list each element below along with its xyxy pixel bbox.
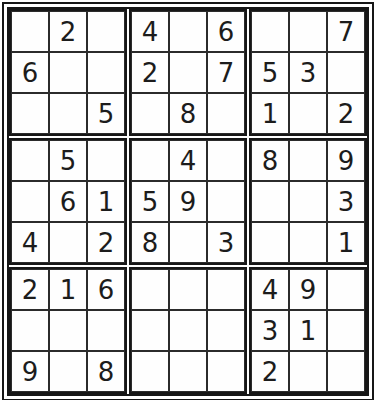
cell-r4c8[interactable] bbox=[289, 140, 327, 181]
cell-r9c9[interactable] bbox=[327, 351, 365, 392]
cell-r6c5[interactable] bbox=[169, 222, 207, 263]
cell-r3c9[interactable]: 2 bbox=[327, 93, 365, 134]
cell-r5c4[interactable]: 5 bbox=[131, 181, 169, 222]
cell-r7c8[interactable]: 9 bbox=[289, 269, 327, 310]
cell-r4c2[interactable]: 5 bbox=[49, 140, 87, 181]
cell-r1c3[interactable] bbox=[87, 11, 125, 52]
cell-r9c6[interactable] bbox=[207, 351, 245, 392]
cell-r5c5[interactable]: 9 bbox=[169, 181, 207, 222]
cell-r7c7[interactable]: 4 bbox=[251, 269, 289, 310]
box-1-3: 75312 bbox=[249, 9, 367, 136]
cell-r8c7[interactable]: 3 bbox=[251, 310, 289, 351]
cell-r9c1[interactable]: 9 bbox=[11, 351, 49, 392]
cell-r3c8[interactable] bbox=[289, 93, 327, 134]
cell-r8c6[interactable] bbox=[207, 310, 245, 351]
cell-r1c1[interactable] bbox=[11, 11, 49, 52]
cell-r6c8[interactable] bbox=[289, 222, 327, 263]
cell-r2c7[interactable]: 5 bbox=[251, 52, 289, 93]
cell-r7c5[interactable] bbox=[169, 269, 207, 310]
cell-r6c9[interactable]: 1 bbox=[327, 222, 365, 263]
box-1-1: 265 bbox=[9, 9, 127, 136]
cell-r9c7[interactable]: 2 bbox=[251, 351, 289, 392]
cell-r7c6[interactable] bbox=[207, 269, 245, 310]
cell-r8c3[interactable] bbox=[87, 310, 125, 351]
cell-r5c3[interactable]: 1 bbox=[87, 181, 125, 222]
cell-r5c8[interactable] bbox=[289, 181, 327, 222]
cell-r4c3[interactable] bbox=[87, 140, 125, 181]
box-3-3: 49312 bbox=[249, 267, 367, 394]
cell-r5c7[interactable] bbox=[251, 181, 289, 222]
cell-r1c2[interactable]: 2 bbox=[49, 11, 87, 52]
sudoku-board: 2654627875312561424598389312169849312 bbox=[7, 7, 369, 396]
cell-r2c1[interactable]: 6 bbox=[11, 52, 49, 93]
cell-r3c1[interactable] bbox=[11, 93, 49, 134]
cell-r5c1[interactable] bbox=[11, 181, 49, 222]
cell-r4c9[interactable]: 9 bbox=[327, 140, 365, 181]
cell-r1c6[interactable]: 6 bbox=[207, 11, 245, 52]
cell-r9c4[interactable] bbox=[131, 351, 169, 392]
cell-r8c1[interactable] bbox=[11, 310, 49, 351]
cell-r3c3[interactable]: 5 bbox=[87, 93, 125, 134]
cell-r7c3[interactable]: 6 bbox=[87, 269, 125, 310]
cell-r8c8[interactable]: 1 bbox=[289, 310, 327, 351]
cell-r2c4[interactable]: 2 bbox=[131, 52, 169, 93]
box-2-2: 45983 bbox=[129, 138, 247, 265]
cell-r3c2[interactable] bbox=[49, 93, 87, 134]
box-3-2 bbox=[129, 267, 247, 394]
page: 2654627875312561424598389312169849312 bbox=[0, 0, 377, 400]
cell-r6c6[interactable]: 3 bbox=[207, 222, 245, 263]
cell-r8c9[interactable] bbox=[327, 310, 365, 351]
cell-r8c5[interactable] bbox=[169, 310, 207, 351]
cell-r9c3[interactable]: 8 bbox=[87, 351, 125, 392]
cell-r1c7[interactable] bbox=[251, 11, 289, 52]
cell-r1c9[interactable]: 7 bbox=[327, 11, 365, 52]
cell-r2c6[interactable]: 7 bbox=[207, 52, 245, 93]
cell-r1c5[interactable] bbox=[169, 11, 207, 52]
cell-r6c3[interactable]: 2 bbox=[87, 222, 125, 263]
cell-r7c2[interactable]: 1 bbox=[49, 269, 87, 310]
cell-r6c2[interactable] bbox=[49, 222, 87, 263]
cell-r6c7[interactable] bbox=[251, 222, 289, 263]
cell-r4c6[interactable] bbox=[207, 140, 245, 181]
cell-r1c8[interactable] bbox=[289, 11, 327, 52]
cell-r2c2[interactable] bbox=[49, 52, 87, 93]
box-2-1: 56142 bbox=[9, 138, 127, 265]
box-1-2: 46278 bbox=[129, 9, 247, 136]
cell-r2c5[interactable] bbox=[169, 52, 207, 93]
cell-r5c2[interactable]: 6 bbox=[49, 181, 87, 222]
cell-r4c7[interactable]: 8 bbox=[251, 140, 289, 181]
cell-r5c9[interactable]: 3 bbox=[327, 181, 365, 222]
cell-r6c1[interactable]: 4 bbox=[11, 222, 49, 263]
cell-r7c4[interactable] bbox=[131, 269, 169, 310]
cell-r3c4[interactable] bbox=[131, 93, 169, 134]
cell-r3c5[interactable]: 8 bbox=[169, 93, 207, 134]
box-3-1: 21698 bbox=[9, 267, 127, 394]
cell-r2c9[interactable] bbox=[327, 52, 365, 93]
cell-r2c8[interactable]: 3 bbox=[289, 52, 327, 93]
cell-r5c6[interactable] bbox=[207, 181, 245, 222]
box-2-3: 8931 bbox=[249, 138, 367, 265]
cell-r4c1[interactable] bbox=[11, 140, 49, 181]
cell-r7c9[interactable] bbox=[327, 269, 365, 310]
cell-r2c3[interactable] bbox=[87, 52, 125, 93]
cell-r3c7[interactable]: 1 bbox=[251, 93, 289, 134]
cell-r9c8[interactable] bbox=[289, 351, 327, 392]
cell-r1c4[interactable]: 4 bbox=[131, 11, 169, 52]
cell-r4c4[interactable] bbox=[131, 140, 169, 181]
cell-r6c4[interactable]: 8 bbox=[131, 222, 169, 263]
cell-r9c2[interactable] bbox=[49, 351, 87, 392]
puzzle-frame: 2654627875312561424598389312169849312 bbox=[2, 2, 374, 400]
cell-r9c5[interactable] bbox=[169, 351, 207, 392]
cell-r8c4[interactable] bbox=[131, 310, 169, 351]
cell-r8c2[interactable] bbox=[49, 310, 87, 351]
cell-r4c5[interactable]: 4 bbox=[169, 140, 207, 181]
cell-r7c1[interactable]: 2 bbox=[11, 269, 49, 310]
cell-r3c6[interactable] bbox=[207, 93, 245, 134]
